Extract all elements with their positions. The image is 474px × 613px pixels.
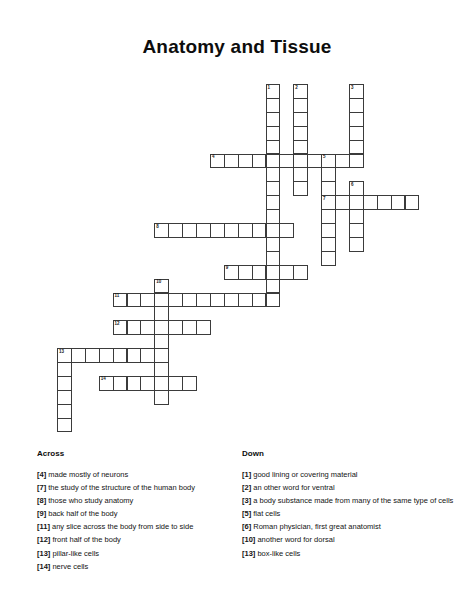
grid-cell [57, 390, 72, 405]
grid-cell [377, 195, 392, 210]
grid-cell [154, 362, 169, 377]
clue-text: box-like cells [255, 549, 300, 558]
grid-cell [238, 223, 253, 238]
grid-cell [154, 293, 169, 308]
clue-number: [6] [242, 522, 251, 531]
clue-item: [11] any slice across the body from side… [37, 522, 237, 533]
grid-cell [349, 237, 364, 252]
grid-cell [266, 237, 281, 252]
cell-number: 10 [156, 280, 161, 285]
grid-cell [349, 140, 364, 155]
cell-number: 13 [59, 350, 64, 355]
grid-cell [279, 265, 294, 280]
clue-number: [4] [37, 470, 46, 479]
grid-cell [349, 195, 364, 210]
clue-text: Roman physician, first great anatomist [251, 522, 381, 531]
grid-cell: 14 [99, 376, 114, 391]
grid-cell [349, 98, 364, 113]
clue-number: [13] [37, 549, 50, 558]
grid-cell [335, 195, 350, 210]
grid-cell [321, 223, 336, 238]
grid-cell [154, 390, 169, 405]
grid-cell [266, 279, 281, 294]
grid-cell [196, 320, 211, 335]
grid-cell [127, 320, 142, 335]
grid-cell [154, 334, 169, 349]
grid-cell [154, 348, 169, 363]
grid-cell [266, 98, 281, 113]
cell-number: 2 [295, 86, 298, 91]
grid-cell [321, 181, 336, 196]
cell-number: 5 [323, 155, 326, 160]
grid-cell [266, 154, 281, 169]
grid-cell [154, 306, 169, 321]
grid-cell [113, 348, 128, 363]
clue-number: [8] [37, 496, 46, 505]
grid-cell: 6 [349, 181, 364, 196]
grid-cell [293, 167, 308, 182]
grid-cell [71, 348, 86, 363]
grid-cell [57, 418, 72, 433]
grid-cell [321, 209, 336, 224]
grid-cell [293, 112, 308, 127]
clue-item: [13] pillar-like cells [37, 549, 237, 560]
clue-item: [1] good lining or covering material [242, 470, 456, 481]
clue-item: [3] a body substance made from many of t… [242, 496, 456, 507]
grid-cell: 5 [321, 154, 336, 169]
grid-cell [140, 293, 155, 308]
clue-number: [10] [242, 535, 255, 544]
clue-text: pillar-like cells [50, 549, 99, 558]
clue-item: [4] made mostly of neurons [37, 470, 237, 481]
clue-text: made mostly of neurons [46, 470, 128, 479]
grid-cell [266, 251, 281, 266]
grid-cell [335, 154, 350, 169]
grid-cell [293, 154, 308, 169]
grid-cell [196, 223, 211, 238]
clue-item: [12] front half of the body [37, 535, 237, 546]
down-clue-list: [1] good lining or covering material[2] … [242, 470, 456, 559]
grid-cell [238, 293, 253, 308]
clue-number: [12] [37, 535, 50, 544]
grid-cell [266, 181, 281, 196]
crossword-page: Anatomy and Tissue 1234567891011121314 A… [0, 0, 474, 613]
grid-cell [238, 154, 253, 169]
grid-cell [224, 293, 239, 308]
grid-cell [182, 320, 197, 335]
grid-cell [293, 126, 308, 141]
grid-cell [279, 223, 294, 238]
clue-number: [13] [242, 549, 255, 558]
clue-number: [7] [37, 483, 46, 492]
grid-cell [57, 404, 72, 419]
grid-cell [266, 126, 281, 141]
grid-cell [321, 251, 336, 266]
clue-number: [11] [37, 522, 50, 531]
grid-cell [293, 181, 308, 196]
grid-cell [182, 293, 197, 308]
clue-text: an other word for ventral [251, 483, 334, 492]
cell-number: 4 [212, 155, 215, 160]
clue-item: [6] Roman physician, first great anatomi… [242, 522, 456, 533]
grid-cell [349, 126, 364, 141]
grid-cell [252, 293, 267, 308]
grid-cell [349, 112, 364, 127]
cell-number: 3 [351, 86, 354, 91]
grid-cell [127, 376, 142, 391]
cell-number: 14 [101, 377, 106, 382]
across-clue-list: [4] made mostly of neurons[7] the study … [37, 470, 237, 572]
grid-cell [140, 348, 155, 363]
grid-cell [405, 195, 420, 210]
grid-cell [154, 320, 169, 335]
grid-cell [140, 320, 155, 335]
grid-cell [266, 140, 281, 155]
grid-cell [57, 362, 72, 377]
grid-cell [168, 223, 183, 238]
clue-item: [2] an other word for ventral [242, 483, 456, 494]
grid-cell [266, 209, 281, 224]
clue-item: [14] nerve cells [37, 562, 237, 573]
grid-cell [266, 223, 281, 238]
grid-cell [85, 348, 100, 363]
grid-cell: 9 [224, 265, 239, 280]
down-clues-section: Down [1] good lining or covering materia… [242, 449, 456, 562]
clue-item: [13] box-like cells [242, 549, 456, 560]
grid-cell [391, 195, 406, 210]
grid-cell [307, 154, 322, 169]
grid-cell [168, 376, 183, 391]
clue-number: [2] [242, 483, 251, 492]
grid-cell: 4 [210, 154, 225, 169]
grid-cell [182, 376, 197, 391]
cell-number: 8 [156, 225, 159, 230]
grid-cell [154, 376, 169, 391]
puzzle-title: Anatomy and Tissue [0, 36, 474, 58]
grid-cell [196, 293, 211, 308]
grid-cell: 11 [113, 293, 128, 308]
grid-cell [321, 237, 336, 252]
clue-text: those who study anatomy [46, 496, 133, 505]
grid-cell [252, 223, 267, 238]
grid-cell [99, 348, 114, 363]
clue-number: [3] [242, 496, 251, 505]
grid-cell: 3 [349, 84, 364, 99]
clue-text: flat cells [251, 509, 280, 518]
clue-item: [8] those who study anatomy [37, 496, 237, 507]
down-heading: Down [242, 449, 456, 458]
clue-text: back half of the body [46, 509, 117, 518]
grid-cell [266, 265, 281, 280]
grid-cell [266, 293, 281, 308]
grid-cell [168, 293, 183, 308]
cell-number: 1 [268, 86, 271, 91]
clue-item: [5] flat cells [242, 509, 456, 520]
grid-cell [321, 167, 336, 182]
clue-number: [1] [242, 470, 251, 479]
clue-text: a body substance made from many of the s… [251, 496, 453, 505]
cell-number: 12 [115, 322, 120, 327]
grid-cell: 10 [154, 279, 169, 294]
grid-cell [168, 320, 183, 335]
grid-cell [293, 98, 308, 113]
clue-number: [14] [37, 562, 50, 571]
grid-cell: 12 [113, 320, 128, 335]
across-heading: Across [37, 449, 237, 458]
clue-text: any slice across the body from side to s… [50, 522, 193, 531]
across-clues-section: Across [4] made mostly of neurons[7] the… [37, 449, 237, 575]
grid-cell [224, 223, 239, 238]
grid-cell [113, 376, 128, 391]
clue-item: [9] back half of the body [37, 509, 237, 520]
clue-text: another word for dorsal [255, 535, 334, 544]
clue-number: [5] [242, 509, 251, 518]
grid-cell [252, 154, 267, 169]
grid-cell [210, 223, 225, 238]
clue-text: front half of the body [50, 535, 120, 544]
grid-cell: 7 [321, 195, 336, 210]
grid-cell: 1 [266, 84, 281, 99]
grid-cell [349, 154, 364, 169]
grid-cell [127, 293, 142, 308]
grid-cell [279, 154, 294, 169]
grid-cell: 2 [293, 84, 308, 99]
cell-number: 11 [115, 294, 120, 299]
cell-number: 9 [226, 266, 229, 271]
grid-cell [349, 209, 364, 224]
grid-cell [224, 154, 239, 169]
grid-cell: 8 [154, 223, 169, 238]
clue-item: [10] another word for dorsal [242, 535, 456, 546]
grid-cell [349, 223, 364, 238]
grid-cell [293, 265, 308, 280]
clue-text: the study of the structure of the human … [46, 483, 195, 492]
grid-cell [266, 112, 281, 127]
grid-cell [363, 195, 378, 210]
grid-cell [140, 376, 155, 391]
clue-item: [7] the study of the structure of the hu… [37, 483, 237, 494]
grid-cell [210, 293, 225, 308]
grid-cell [238, 265, 253, 280]
grid-cell: 13 [57, 348, 72, 363]
grid-cell [266, 195, 281, 210]
grid-cell [127, 348, 142, 363]
grid-cell [293, 140, 308, 155]
crossword-grid: 1234567891011121314 [57, 84, 420, 433]
grid-cell [252, 265, 267, 280]
cell-number: 7 [323, 197, 326, 202]
grid-cell [182, 223, 197, 238]
clue-text: nerve cells [50, 562, 88, 571]
grid-cell [266, 167, 281, 182]
clue-text: good lining or covering material [251, 470, 357, 479]
cell-number: 6 [351, 183, 354, 188]
grid-cell [57, 376, 72, 391]
clue-number: [9] [37, 509, 46, 518]
